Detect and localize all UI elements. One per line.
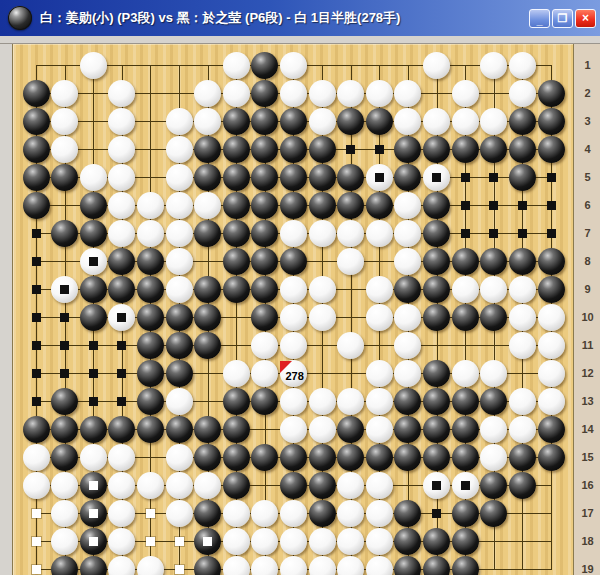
white-stone	[108, 192, 135, 219]
black-territory-mark	[32, 285, 41, 294]
black-territory-mark	[89, 369, 98, 378]
black-stone	[223, 388, 250, 415]
black-stone	[280, 472, 307, 499]
dead-stone-mark	[432, 481, 441, 490]
black-go-stone-icon	[8, 6, 32, 30]
black-stone	[166, 360, 193, 387]
black-territory-mark	[461, 229, 470, 238]
white-stone	[280, 332, 307, 359]
white-stone	[538, 332, 565, 359]
white-stone	[280, 52, 307, 79]
white-stone	[337, 80, 364, 107]
black-stone	[452, 136, 479, 163]
black-stone	[452, 444, 479, 471]
black-stone	[251, 276, 278, 303]
white-stone	[309, 276, 336, 303]
black-stone	[309, 164, 336, 191]
dead-stone-mark	[89, 537, 98, 546]
black-territory-mark	[32, 369, 41, 378]
black-stone	[423, 276, 450, 303]
white-stone	[452, 108, 479, 135]
black-territory-mark	[117, 341, 126, 350]
dead-stone-mark	[89, 509, 98, 518]
black-stone	[337, 192, 364, 219]
white-stone	[509, 80, 536, 107]
white-stone	[51, 528, 78, 555]
row-coordinate-label: 19	[574, 563, 600, 575]
black-stone	[194, 304, 221, 331]
window-title: 白：姜勋(小) (P3段) vs 黑：於之莹 (P6段) - 白 1目半胜(27…	[40, 9, 527, 27]
black-stone	[509, 136, 536, 163]
white-stone	[223, 360, 250, 387]
black-stone	[137, 416, 164, 443]
white-stone	[108, 136, 135, 163]
black-stone	[251, 220, 278, 247]
row-coordinate-label: 16	[574, 479, 600, 491]
black-territory-mark	[518, 201, 527, 210]
black-stone	[423, 192, 450, 219]
black-stone	[223, 248, 250, 275]
white-stone	[337, 248, 364, 275]
black-stone	[137, 388, 164, 415]
black-stone	[251, 52, 278, 79]
white-stone	[166, 472, 193, 499]
white-stone	[309, 528, 336, 555]
row-coordinate-label: 14	[574, 423, 600, 435]
black-stone	[366, 108, 393, 135]
white-stone	[480, 444, 507, 471]
white-territory-mark	[32, 565, 41, 574]
black-stone	[423, 304, 450, 331]
white-stone	[394, 80, 421, 107]
white-stone	[194, 80, 221, 107]
black-stone	[394, 500, 421, 527]
white-stone	[480, 360, 507, 387]
black-territory-mark	[60, 341, 69, 350]
row-coordinate-label: 2	[574, 87, 600, 99]
white-stone	[337, 220, 364, 247]
white-stone	[51, 472, 78, 499]
black-territory-mark	[547, 173, 556, 182]
white-stone	[108, 528, 135, 555]
white-stone	[366, 472, 393, 499]
black-stone	[166, 304, 193, 331]
black-stone	[251, 444, 278, 471]
white-stone	[51, 136, 78, 163]
white-stone-marked-dead	[423, 472, 450, 499]
row-coordinate-label: 13	[574, 395, 600, 407]
black-stone	[509, 108, 536, 135]
white-stone	[452, 276, 479, 303]
row-coordinate-label: 7	[574, 227, 600, 239]
white-stone	[251, 360, 278, 387]
black-stone	[480, 304, 507, 331]
dead-stone-mark	[117, 313, 126, 322]
white-stone	[480, 416, 507, 443]
black-stone	[337, 108, 364, 135]
white-stone	[366, 416, 393, 443]
dead-stone-mark	[60, 285, 69, 294]
white-stone	[337, 332, 364, 359]
black-stone	[538, 136, 565, 163]
black-stone	[108, 416, 135, 443]
white-stone	[280, 304, 307, 331]
black-stone	[251, 388, 278, 415]
black-stone	[309, 444, 336, 471]
white-territory-mark	[146, 509, 155, 518]
black-stone	[51, 220, 78, 247]
white-stone-marked-dead	[108, 304, 135, 331]
black-territory-mark	[89, 397, 98, 406]
white-stone	[509, 304, 536, 331]
white-stone	[223, 528, 250, 555]
black-stone	[480, 136, 507, 163]
white-stone	[108, 444, 135, 471]
white-stone	[223, 80, 250, 107]
black-stone	[194, 276, 221, 303]
white-stone	[337, 528, 364, 555]
black-stone	[538, 444, 565, 471]
black-stone	[251, 108, 278, 135]
black-stone	[137, 276, 164, 303]
black-stone	[223, 472, 250, 499]
black-stone	[309, 192, 336, 219]
white-stone	[108, 500, 135, 527]
white-stone	[309, 304, 336, 331]
black-stone	[423, 136, 450, 163]
white-stone	[108, 80, 135, 107]
black-stone	[166, 416, 193, 443]
white-stone	[280, 416, 307, 443]
black-stone	[509, 444, 536, 471]
black-stone	[452, 248, 479, 275]
black-territory-mark	[547, 229, 556, 238]
black-stone	[23, 136, 50, 163]
black-stone	[80, 276, 107, 303]
black-stone	[538, 248, 565, 275]
white-stone	[280, 388, 307, 415]
white-stone	[166, 108, 193, 135]
black-stone	[251, 80, 278, 107]
dead-stone-mark	[461, 481, 470, 490]
white-territory-mark	[175, 537, 184, 546]
white-stone	[223, 52, 250, 79]
white-stone	[452, 360, 479, 387]
white-stone	[366, 80, 393, 107]
black-stone	[280, 444, 307, 471]
row-coordinate-label: 11	[574, 339, 600, 351]
white-stone	[137, 472, 164, 499]
close-button[interactable]: ×	[575, 9, 596, 28]
black-territory-mark	[547, 201, 556, 210]
dead-stone-mark	[203, 537, 212, 546]
black-stone	[337, 164, 364, 191]
minimize-button[interactable]: _	[529, 9, 550, 28]
white-stone	[251, 500, 278, 527]
white-stone	[194, 108, 221, 135]
black-stone	[80, 192, 107, 219]
black-territory-mark	[32, 257, 41, 266]
white-stone	[366, 528, 393, 555]
black-stone	[394, 276, 421, 303]
white-stone-marked-dead	[452, 472, 479, 499]
maximize-button[interactable]: ❐	[552, 9, 573, 28]
black-stone	[394, 528, 421, 555]
white-stone	[394, 360, 421, 387]
row-coordinate-label: 4	[574, 143, 600, 155]
black-stone	[251, 164, 278, 191]
white-stone	[51, 500, 78, 527]
black-stone	[137, 332, 164, 359]
white-stone	[194, 472, 221, 499]
white-stone	[480, 52, 507, 79]
white-stone	[309, 80, 336, 107]
row-coordinate-label: 1	[574, 59, 600, 71]
black-stone	[480, 248, 507, 275]
row-coordinate-label: 9	[574, 283, 600, 295]
black-stone	[223, 192, 250, 219]
white-stone	[166, 164, 193, 191]
white-stone	[509, 276, 536, 303]
white-stone	[194, 192, 221, 219]
black-stone	[223, 276, 250, 303]
black-territory-mark	[89, 341, 98, 350]
white-stone	[337, 500, 364, 527]
white-territory-mark	[32, 509, 41, 518]
black-stone	[137, 360, 164, 387]
white-stone	[309, 220, 336, 247]
black-stone	[251, 192, 278, 219]
black-stone	[452, 416, 479, 443]
black-stone	[108, 248, 135, 275]
white-stone	[108, 220, 135, 247]
white-stone	[366, 500, 393, 527]
white-stone	[166, 444, 193, 471]
black-stone	[137, 248, 164, 275]
black-stone	[423, 220, 450, 247]
window-bevel	[0, 36, 600, 44]
black-territory-mark	[32, 341, 41, 350]
white-stone	[51, 108, 78, 135]
white-stone	[166, 192, 193, 219]
white-stone	[337, 472, 364, 499]
black-stone	[423, 528, 450, 555]
black-stone	[223, 220, 250, 247]
white-stone	[280, 500, 307, 527]
black-stone	[51, 444, 78, 471]
black-stone	[23, 416, 50, 443]
row-coordinate-label: 10	[574, 311, 600, 323]
white-stone	[509, 416, 536, 443]
white-stone	[366, 276, 393, 303]
last-move-number: 278	[286, 371, 304, 382]
black-stone	[194, 444, 221, 471]
white-stone	[309, 108, 336, 135]
black-stone	[394, 136, 421, 163]
black-stone	[423, 416, 450, 443]
black-stone	[480, 500, 507, 527]
white-stone	[51, 80, 78, 107]
black-territory-mark	[32, 313, 41, 322]
white-stone-marked-dead	[51, 276, 78, 303]
row-coordinate-label: 18	[574, 535, 600, 547]
black-stone	[452, 528, 479, 555]
black-territory-mark	[60, 369, 69, 378]
white-stone	[280, 80, 307, 107]
white-territory-mark	[175, 565, 184, 574]
black-territory-mark	[489, 229, 498, 238]
black-stone	[337, 444, 364, 471]
white-stone	[538, 388, 565, 415]
black-stone	[280, 164, 307, 191]
black-stone	[280, 136, 307, 163]
white-stone	[394, 248, 421, 275]
dead-stone-mark	[89, 257, 98, 266]
black-stone	[280, 248, 307, 275]
white-stone	[538, 304, 565, 331]
title-bar[interactable]: 白：姜勋(小) (P3段) vs 黑：於之莹 (P6段) - 白 1目半胜(27…	[0, 0, 600, 36]
black-stone	[137, 304, 164, 331]
black-stone	[251, 248, 278, 275]
black-stone	[251, 136, 278, 163]
black-stone	[23, 164, 50, 191]
white-stone	[23, 444, 50, 471]
white-stone	[137, 220, 164, 247]
black-stone	[223, 416, 250, 443]
white-stone	[108, 472, 135, 499]
black-stone	[194, 220, 221, 247]
white-stone	[309, 388, 336, 415]
black-stone	[337, 416, 364, 443]
black-stone	[509, 248, 536, 275]
white-stone	[366, 388, 393, 415]
black-stone	[538, 416, 565, 443]
black-stone	[223, 108, 250, 135]
white-stone	[394, 192, 421, 219]
black-stone	[51, 416, 78, 443]
black-territory-mark	[489, 173, 498, 182]
white-stone	[166, 248, 193, 275]
black-stone	[223, 136, 250, 163]
black-stone	[538, 108, 565, 135]
row-coordinate-label: 15	[574, 451, 600, 463]
dead-stone-mark	[89, 481, 98, 490]
white-stone	[394, 304, 421, 331]
black-stone	[309, 136, 336, 163]
row-coordinate-label: 17	[574, 507, 600, 519]
white-stone	[394, 220, 421, 247]
white-stone	[251, 528, 278, 555]
white-stone	[166, 276, 193, 303]
black-stone	[251, 304, 278, 331]
white-stone	[452, 80, 479, 107]
row-coordinate-label: 8	[574, 255, 600, 267]
black-stone	[538, 80, 565, 107]
black-stone	[423, 444, 450, 471]
black-stone	[423, 388, 450, 415]
black-stone	[394, 416, 421, 443]
white-stone	[166, 388, 193, 415]
white-stone-marked-dead	[423, 164, 450, 191]
black-stone-marked-dead	[80, 500, 107, 527]
black-stone	[538, 276, 565, 303]
white-stone	[394, 108, 421, 135]
white-stone	[509, 388, 536, 415]
black-stone	[223, 164, 250, 191]
black-stone	[194, 500, 221, 527]
close-icon: ×	[582, 11, 589, 25]
black-stone	[394, 444, 421, 471]
black-stone	[108, 276, 135, 303]
white-stone	[309, 416, 336, 443]
row-coordinate-label: 6	[574, 199, 600, 211]
white-stone	[538, 360, 565, 387]
dead-stone-mark	[432, 173, 441, 182]
black-stone-marked-dead	[194, 528, 221, 555]
white-stone	[423, 52, 450, 79]
black-stone	[366, 444, 393, 471]
black-stone	[80, 416, 107, 443]
white-territory-mark	[146, 537, 155, 546]
black-territory-mark	[461, 173, 470, 182]
black-territory-mark	[461, 201, 470, 210]
black-stone	[394, 164, 421, 191]
white-stone	[509, 52, 536, 79]
white-stone	[280, 276, 307, 303]
black-stone	[423, 248, 450, 275]
black-territory-mark	[32, 397, 41, 406]
black-stone	[194, 164, 221, 191]
black-territory-mark	[117, 397, 126, 406]
white-stone	[366, 304, 393, 331]
black-stone	[51, 388, 78, 415]
black-stone	[366, 192, 393, 219]
white-stone	[108, 164, 135, 191]
black-stone	[166, 332, 193, 359]
black-stone	[194, 416, 221, 443]
black-stone	[309, 500, 336, 527]
black-stone	[23, 192, 50, 219]
white-stone	[337, 388, 364, 415]
black-stone	[509, 472, 536, 499]
black-stone	[394, 388, 421, 415]
black-stone	[80, 304, 107, 331]
white-stone	[80, 444, 107, 471]
white-stone	[223, 500, 250, 527]
white-stone	[423, 108, 450, 135]
white-stone	[251, 332, 278, 359]
row-coordinate-label: 12	[574, 367, 600, 379]
black-stone	[309, 472, 336, 499]
maximize-icon: ❐	[558, 12, 568, 24]
black-territory-mark	[489, 201, 498, 210]
white-stone	[480, 276, 507, 303]
black-stone	[452, 304, 479, 331]
white-stone-marked-dead	[80, 248, 107, 275]
dead-stone-mark	[375, 173, 384, 182]
white-stone	[394, 332, 421, 359]
black-stone	[480, 472, 507, 499]
black-stone	[452, 388, 479, 415]
black-stone	[480, 388, 507, 415]
white-stone	[280, 528, 307, 555]
black-stone	[23, 108, 50, 135]
black-stone	[80, 220, 107, 247]
white-stone-marked-dead	[366, 164, 393, 191]
white-stone	[509, 332, 536, 359]
go-viewer-window: 白：姜勋(小) (P3段) vs 黑：於之莹 (P6段) - 白 1目半胜(27…	[0, 0, 600, 575]
white-stone	[166, 136, 193, 163]
